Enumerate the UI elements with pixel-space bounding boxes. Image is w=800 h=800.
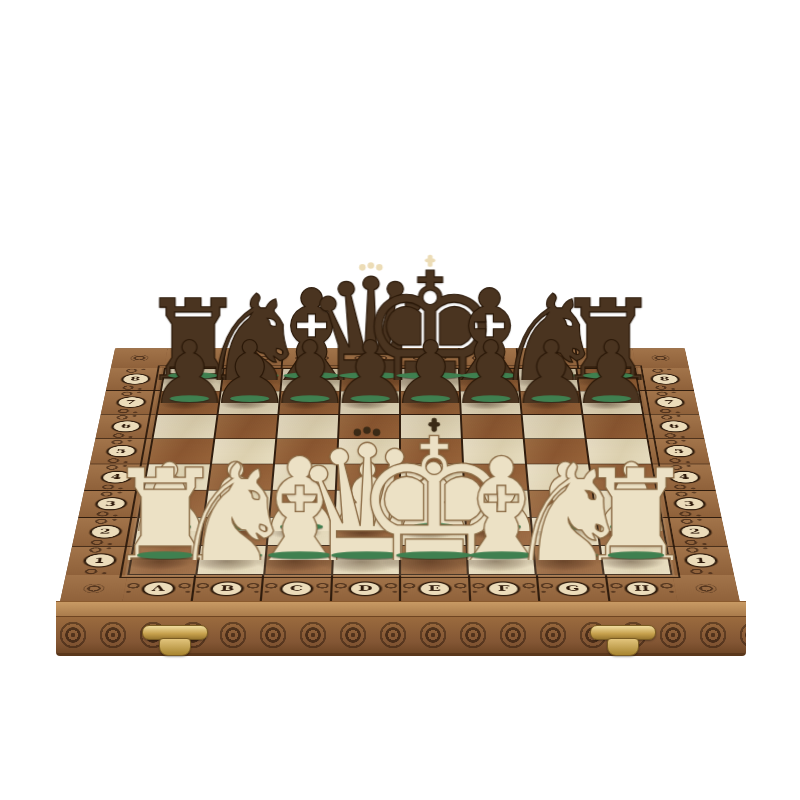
board-front-bevel [56,601,746,617]
latch-clasp [607,638,639,656]
piece-glyph-box: ♜ [555,357,715,560]
box-front-side [56,601,746,654]
box-side-panel [56,617,746,656]
brass-latch-right [590,625,656,656]
latch-clasp [159,638,191,656]
pieces-layer: ♜♞♝♛♚♝♞♜♟♟♟♟♟♟♟♟♟♟♟♟♟♟♟♟♜♞♝♛♚♝♞♜ [60,348,740,602]
brass-latch-left [142,625,208,656]
chess-board: ABCDEFGH 87654321 87654321 ♜♞♝♛♚♝♞♜♟♟♟♟♟… [60,348,740,602]
chess-set-photo: ABCDEFGH 87654321 87654321 ♜♞♝♛♚♝♞♜♟♟♟♟♟… [0,0,800,800]
base-felt [607,551,663,558]
